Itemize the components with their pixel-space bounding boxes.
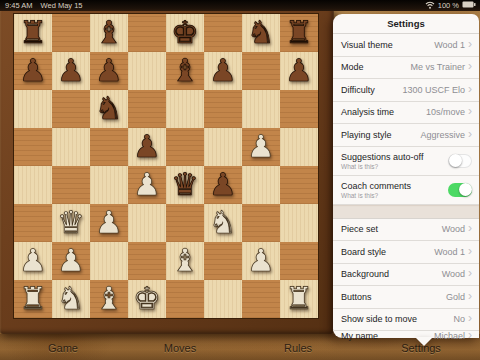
chess-board-frame: ♜♝♚♞♜♟♟♟♝♟♟♞♟♟♟♛♟♛♟♞♟♟♝♟♜♞♝♚♜ [0,8,334,334]
square-f2[interactable] [204,242,242,280]
settings-row-background[interactable]: BackgroundWood› [333,264,479,287]
white-knight-piece: ♞ [57,279,85,317]
battery-icon [462,1,476,10]
toggle-knob [449,154,462,167]
square-a7[interactable]: ♟ [14,52,52,90]
chevron-right-icon: › [468,291,472,301]
square-b8[interactable] [52,14,90,52]
black-rook-piece: ♜ [285,13,313,51]
white-bishop-piece: ♝ [171,241,199,279]
row-text: Suggestions auto-offWhat is this? [341,152,423,170]
square-e8[interactable]: ♚ [166,14,204,52]
row-label: Piece set [341,224,378,234]
row-label: My name [341,331,378,341]
black-bishop-piece: ♝ [171,51,199,89]
white-bishop-piece: ♝ [95,279,123,317]
white-pawn-piece: ♟ [247,241,275,279]
square-a1[interactable]: ♜ [14,280,52,318]
row-value: 1300 USCF Elo [402,85,465,95]
white-pawn-piece: ♟ [95,203,123,241]
square-g3[interactable] [242,204,280,242]
square-h5[interactable] [280,128,318,166]
square-b4[interactable] [52,166,90,204]
chevron-right-icon: › [468,246,472,256]
row-label: Coach comments [341,181,411,191]
row-value: Gold [446,292,465,302]
row-value: No [453,314,465,324]
square-g8[interactable]: ♞ [242,14,280,52]
black-pawn-piece: ♟ [209,165,237,203]
square-f8[interactable] [204,14,242,52]
settings-row-buttons[interactable]: ButtonsGold› [333,286,479,309]
toggle-knob [459,183,472,196]
black-pawn-piece: ♟ [19,51,47,89]
black-king-piece: ♚ [171,13,199,51]
square-d2[interactable] [128,242,166,280]
white-pawn-piece: ♟ [133,165,161,203]
toolbar-button-game[interactable]: Game [48,342,78,354]
black-queen-piece: ♛ [171,165,199,203]
square-e5[interactable] [166,128,204,166]
toolbar-button-rules[interactable]: Rules [284,342,312,354]
settings-row-board-style[interactable]: Board styleWood 1› [333,241,479,264]
settings-row-playing-style[interactable]: Playing styleAggressive› [333,124,479,147]
row-label: Visual theme [341,40,393,50]
square-d7[interactable] [128,52,166,90]
square-g1[interactable] [242,280,280,318]
black-bishop-piece: ♝ [95,13,123,51]
chevron-right-icon: › [468,39,472,49]
settings-row-show-side-to-move[interactable]: Show side to moveNo› [333,309,479,332]
square-h1[interactable]: ♜ [280,280,318,318]
toggle-switch[interactable] [448,183,472,197]
square-c2[interactable] [90,242,128,280]
square-g5[interactable]: ♟ [242,128,280,166]
white-king-piece: ♚ [133,279,161,317]
square-f5[interactable] [204,128,242,166]
square-h6[interactable] [280,90,318,128]
square-f7[interactable]: ♟ [204,52,242,90]
square-a6[interactable] [14,90,52,128]
square-a4[interactable] [14,166,52,204]
square-h3[interactable] [280,204,318,242]
square-c4[interactable] [90,166,128,204]
chess-board[interactable]: ♜♝♚♞♜♟♟♟♝♟♟♞♟♟♟♛♟♛♟♞♟♟♝♟♜♞♝♚♜ [14,14,318,318]
square-e4[interactable]: ♛ [166,166,204,204]
square-b7[interactable]: ♟ [52,52,90,90]
wifi-icon [425,1,435,11]
white-pawn-piece: ♟ [57,241,85,279]
section-separator [333,205,479,219]
row-label: Mode [341,62,364,72]
what-is-this-link[interactable]: What is this? [341,163,423,170]
row-label: Show side to move [341,314,417,324]
row-value: Aggressive [420,130,465,140]
settings-row-suggestions-auto-off[interactable]: Suggestions auto-offWhat is this? [333,147,479,176]
row-value: Wood 1 [434,40,465,50]
settings-row-difficulty[interactable]: Difficulty1300 USCF Elo› [333,79,479,102]
row-label: Playing style [341,130,392,140]
row-value: Me vs Trainer [410,62,465,72]
chevron-right-icon: › [468,106,472,116]
settings-row-mode[interactable]: ModeMe vs Trainer› [333,57,479,80]
square-d8[interactable] [128,14,166,52]
square-a2[interactable]: ♟ [14,242,52,280]
settings-row-coach-comments[interactable]: Coach commentsWhat is this? [333,176,479,205]
white-rook-piece: ♜ [285,279,313,317]
square-d6[interactable] [128,90,166,128]
row-label: Buttons [341,292,372,302]
row-value: Wood [442,269,465,279]
square-a5[interactable] [14,128,52,166]
row-value: Wood [442,224,465,234]
square-e1[interactable] [166,280,204,318]
row-text: Coach commentsWhat is this? [341,181,411,199]
settings-popover: Settings Visual themeWood 1›ModeMe vs Tr… [333,14,479,338]
row-label: Suggestions auto-off [341,152,423,162]
black-knight-piece: ♞ [247,13,275,51]
row-value: Michael [434,331,465,341]
chevron-right-icon: › [468,313,472,323]
settings-title: Settings [333,14,479,34]
square-b5[interactable] [52,128,90,166]
square-f1[interactable] [204,280,242,318]
clock: 9:45 AM [5,1,33,10]
square-b3[interactable]: ♛ [52,204,90,242]
settings-row-analysis-time[interactable]: Analysis time10s/move› [333,102,479,125]
square-h4[interactable] [280,166,318,204]
square-h8[interactable]: ♜ [280,14,318,52]
settings-row-piece-set[interactable]: Piece setWood› [333,219,479,242]
square-g7[interactable] [242,52,280,90]
square-d3[interactable] [128,204,166,242]
square-b2[interactable]: ♟ [52,242,90,280]
square-c1[interactable]: ♝ [90,280,128,318]
square-g6[interactable] [242,90,280,128]
square-e6[interactable] [166,90,204,128]
status-bar: 9:45 AM Wed May 15 100 % [0,0,480,11]
date: Wed May 15 [41,1,83,10]
app-screen: 9:45 AM Wed May 15 100 % ♜♝♚♞♜♟♟♟♝♟♟♞♟♟♟… [0,0,480,360]
black-rook-piece: ♜ [19,13,47,51]
black-pawn-piece: ♟ [285,51,313,89]
black-knight-piece: ♞ [95,89,123,127]
white-pawn-piece: ♟ [19,241,47,279]
square-c3[interactable]: ♟ [90,204,128,242]
square-d1[interactable]: ♚ [128,280,166,318]
black-pawn-piece: ♟ [95,51,123,89]
square-d4[interactable]: ♟ [128,166,166,204]
square-h7[interactable]: ♟ [280,52,318,90]
square-c8[interactable]: ♝ [90,14,128,52]
square-e7[interactable]: ♝ [166,52,204,90]
row-value: 10s/move [426,107,465,117]
square-c7[interactable]: ♟ [90,52,128,90]
square-g2[interactable]: ♟ [242,242,280,280]
toolbar-button-moves[interactable]: Moves [164,342,196,354]
black-pawn-piece: ♟ [57,51,85,89]
white-queen-piece: ♛ [57,203,85,241]
black-pawn-piece: ♟ [209,51,237,89]
row-value: Wood 1 [434,247,465,257]
chevron-right-icon: › [468,129,472,139]
white-pawn-piece: ♟ [247,127,275,165]
row-label: Board style [341,247,386,257]
white-knight-piece: ♞ [209,203,237,241]
square-c5[interactable] [90,128,128,166]
chevron-right-icon: › [468,330,472,340]
white-rook-piece: ♜ [19,279,47,317]
square-h2[interactable] [280,242,318,280]
square-f4[interactable]: ♟ [204,166,242,204]
toggle-switch[interactable] [448,154,472,168]
row-label: Analysis time [341,107,394,117]
row-label: Background [341,269,389,279]
settings-row-visual-theme[interactable]: Visual themeWood 1› [333,34,479,57]
chevron-right-icon: › [468,268,472,278]
chevron-right-icon: › [468,84,472,94]
chevron-right-icon: › [468,61,472,71]
square-e3[interactable] [166,204,204,242]
what-is-this-link[interactable]: What is this? [341,192,411,199]
square-b1[interactable]: ♞ [52,280,90,318]
square-a3[interactable] [14,204,52,242]
square-a8[interactable]: ♜ [14,14,52,52]
popover-arrow [415,337,433,346]
settings-row-my-name[interactable]: My nameMichael› [333,331,479,341]
battery-percent: 100 % [438,1,459,10]
square-c6[interactable]: ♞ [90,90,128,128]
square-f6[interactable] [204,90,242,128]
row-label: Difficulty [341,85,375,95]
square-f3[interactable]: ♞ [204,204,242,242]
chevron-right-icon: › [468,223,472,233]
square-e2[interactable]: ♝ [166,242,204,280]
square-d5[interactable]: ♟ [128,128,166,166]
black-pawn-piece: ♟ [133,127,161,165]
square-b6[interactable] [52,90,90,128]
square-g4[interactable] [242,166,280,204]
